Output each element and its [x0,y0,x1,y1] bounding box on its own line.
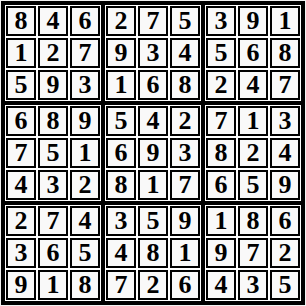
cell-r2c4[interactable]: 9 [106,38,136,68]
cell-r5c9[interactable]: 4 [270,138,300,168]
cell-r7c6[interactable]: 9 [170,206,200,236]
cell-r4c7[interactable]: 7 [206,106,236,136]
cell-r3c3[interactable]: 3 [70,70,100,100]
cell-r6c7[interactable]: 6 [206,170,236,200]
cell-r4c9[interactable]: 3 [270,106,300,136]
cell-r1c3[interactable]: 6 [70,6,100,36]
cell-r7c5[interactable]: 5 [138,206,168,236]
cell-r9c2[interactable]: 1 [38,270,68,300]
cell-r4c5[interactable]: 4 [138,106,168,136]
cell-r5c1[interactable]: 7 [6,138,36,168]
cell-r1c7[interactable]: 3 [206,6,236,36]
cell-r1c6[interactable]: 5 [170,6,200,36]
cell-r2c6[interactable]: 4 [170,38,200,68]
cell-r9c7[interactable]: 4 [206,270,236,300]
cell-r5c8[interactable]: 2 [238,138,268,168]
cell-r9c9[interactable]: 5 [270,270,300,300]
cell-r9c3[interactable]: 8 [70,270,100,300]
cell-r5c5[interactable]: 9 [138,138,168,168]
cell-r8c5[interactable]: 8 [138,238,168,268]
cell-r1c1[interactable]: 8 [6,6,36,36]
sudoku-box-8: 359481726 [105,205,201,301]
cell-r4c4[interactable]: 5 [106,106,136,136]
cell-r8c8[interactable]: 7 [238,238,268,268]
cell-r6c1[interactable]: 4 [6,170,36,200]
cell-r6c6[interactable]: 7 [170,170,200,200]
cell-r2c1[interactable]: 1 [6,38,36,68]
cell-r8c7[interactable]: 9 [206,238,236,268]
cell-r3c2[interactable]: 9 [38,70,68,100]
cell-r8c2[interactable]: 6 [38,238,68,268]
cell-r6c5[interactable]: 1 [138,170,168,200]
cell-r6c4[interactable]: 8 [106,170,136,200]
cell-r4c1[interactable]: 6 [6,106,36,136]
cell-r2c3[interactable]: 7 [70,38,100,68]
cell-r5c6[interactable]: 3 [170,138,200,168]
cell-r8c9[interactable]: 2 [270,238,300,268]
cell-r5c2[interactable]: 5 [38,138,68,168]
sudoku-box-4: 689751432 [5,105,101,201]
cell-r4c3[interactable]: 9 [70,106,100,136]
cell-r3c1[interactable]: 5 [6,70,36,100]
cell-r9c4[interactable]: 7 [106,270,136,300]
cell-r2c9[interactable]: 8 [270,38,300,68]
sudoku-box-9: 186972435 [205,205,301,301]
sudoku-box-5: 542693817 [105,105,201,201]
cell-r1c9[interactable]: 1 [270,6,300,36]
cell-r3c5[interactable]: 6 [138,70,168,100]
cell-r1c5[interactable]: 7 [138,6,168,36]
cell-r4c2[interactable]: 8 [38,106,68,136]
sudoku-board: 8461275932759341683915682476897514325426… [0,0,306,306]
cell-r2c2[interactable]: 2 [38,38,68,68]
cell-r7c9[interactable]: 6 [270,206,300,236]
cell-r2c5[interactable]: 3 [138,38,168,68]
cell-r7c7[interactable]: 1 [206,206,236,236]
cell-r3c6[interactable]: 8 [170,70,200,100]
cell-r9c5[interactable]: 2 [138,270,168,300]
cell-r7c4[interactable]: 3 [106,206,136,236]
cell-r1c2[interactable]: 4 [38,6,68,36]
cell-r7c8[interactable]: 8 [238,206,268,236]
cell-r4c6[interactable]: 2 [170,106,200,136]
cell-r4c8[interactable]: 1 [238,106,268,136]
cell-r3c9[interactable]: 7 [270,70,300,100]
cell-r8c6[interactable]: 1 [170,238,200,268]
cell-r2c7[interactable]: 5 [206,38,236,68]
cell-r6c3[interactable]: 2 [70,170,100,200]
cell-r6c2[interactable]: 3 [38,170,68,200]
cell-r3c7[interactable]: 2 [206,70,236,100]
cell-r6c9[interactable]: 9 [270,170,300,200]
cell-r3c8[interactable]: 4 [238,70,268,100]
cell-r7c1[interactable]: 2 [6,206,36,236]
sudoku-box-1: 846127593 [5,5,101,101]
cell-r8c1[interactable]: 3 [6,238,36,268]
sudoku-box-7: 274365918 [5,205,101,301]
cell-r5c3[interactable]: 1 [70,138,100,168]
cell-r8c4[interactable]: 4 [106,238,136,268]
cell-r8c3[interactable]: 5 [70,238,100,268]
cell-r9c8[interactable]: 3 [238,270,268,300]
cell-r1c8[interactable]: 9 [238,6,268,36]
cell-r6c8[interactable]: 5 [238,170,268,200]
cell-r5c7[interactable]: 8 [206,138,236,168]
cell-r2c8[interactable]: 6 [238,38,268,68]
sudoku-box-3: 391568247 [205,5,301,101]
cell-r3c4[interactable]: 1 [106,70,136,100]
sudoku-box-6: 713824659 [205,105,301,201]
cell-r1c4[interactable]: 2 [106,6,136,36]
sudoku-box-2: 275934168 [105,5,201,101]
cell-r9c6[interactable]: 6 [170,270,200,300]
cell-r9c1[interactable]: 9 [6,270,36,300]
cell-r7c3[interactable]: 4 [70,206,100,236]
cell-r5c4[interactable]: 6 [106,138,136,168]
cell-r7c2[interactable]: 7 [38,206,68,236]
